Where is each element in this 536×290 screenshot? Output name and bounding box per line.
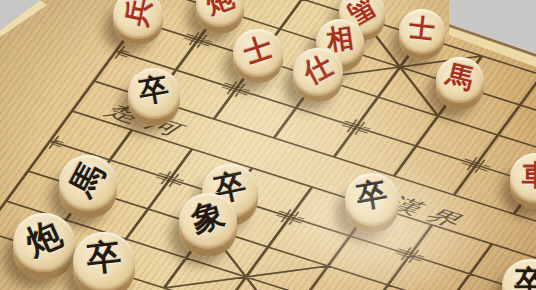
- piece-face: 士: [399, 9, 445, 54]
- piece-character: 仕: [297, 46, 339, 92]
- piece-character: 士: [407, 10, 436, 47]
- piece-black-soldier[interactable]: 卒: [73, 232, 134, 290]
- piece-character: 馬: [61, 155, 115, 204]
- xiangqi-board-photo: 楚河 漢界 兵炮士馬士相仕馬車馬炮卒象卒卒卒卒: [0, 0, 536, 290]
- piece-red-advisor[interactable]: 仕: [293, 48, 342, 102]
- piece-face: 馬: [59, 155, 117, 211]
- piece-face: 士: [233, 29, 282, 77]
- piece-red-advisor[interactable]: 士: [399, 9, 445, 60]
- piece-character: 卒: [514, 262, 536, 290]
- piece-face: 卒: [73, 232, 134, 290]
- piece-face: 卒: [345, 173, 400, 226]
- piece-character: 炮: [201, 0, 238, 23]
- piece-character: 車: [522, 155, 536, 194]
- piece-character: 卒: [353, 173, 390, 219]
- piece-red-chariot[interactable]: 車: [510, 153, 536, 209]
- piece-black-soldier[interactable]: 卒: [128, 68, 181, 126]
- piece-face: 馬: [436, 57, 484, 103]
- piece-black-horse[interactable]: 馬: [59, 155, 117, 219]
- piece-face: 仕: [293, 48, 342, 96]
- piece-red-soldier[interactable]: 兵: [113, 0, 162, 45]
- piece-face: 象: [179, 193, 237, 249]
- piece-character: 士: [239, 28, 277, 72]
- piece-black-soldier[interactable]: 卒: [345, 173, 400, 233]
- piece-face: 炮: [13, 213, 74, 272]
- piece-face: 卒: [128, 68, 181, 119]
- piece-character: 象: [186, 192, 229, 243]
- piece-black-soldier[interactable]: 卒: [502, 259, 536, 290]
- piece-character: 卒: [85, 233, 124, 282]
- piece-red-advisor[interactable]: 士: [233, 29, 282, 83]
- piece-face: 卒: [502, 259, 536, 290]
- piece-black-cannon[interactable]: 炮: [13, 213, 74, 280]
- piece-character: 卒: [136, 68, 172, 113]
- piece-character: 兵: [117, 0, 159, 30]
- piece-red-horse[interactable]: 馬: [436, 57, 484, 109]
- piece-black-elephant[interactable]: 象: [179, 193, 237, 257]
- piece-character: 炮: [19, 211, 69, 267]
- piece-character: 馬: [443, 57, 478, 98]
